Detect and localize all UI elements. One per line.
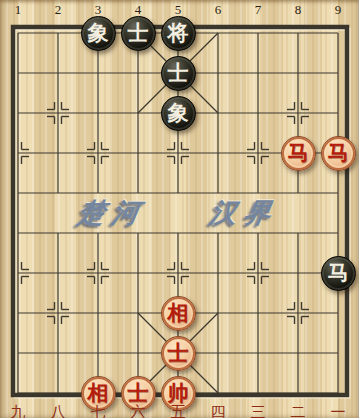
col-label-bottom: 六 (118, 403, 158, 418)
col-label-bottom: 三 (238, 403, 278, 418)
col-label-bottom: 九 (0, 403, 38, 418)
piece-black-horse[interactable]: 马 (321, 256, 356, 291)
piece-black-elephant[interactable]: 象 (161, 96, 196, 131)
piece-red-elephant[interactable]: 相 (161, 296, 196, 331)
col-label-bottom: 二 (278, 403, 318, 418)
piece-red-advisor[interactable]: 士 (161, 336, 196, 371)
col-label-bottom: 一 (318, 403, 358, 418)
col-label-bottom: 四 (198, 403, 238, 418)
piece-black-advisor[interactable]: 士 (161, 56, 196, 91)
piece-black-elephant[interactable]: 象 (81, 16, 116, 51)
xiangqi-board-app: 123456789 楚河 汉界 象士将士象马马马相士相士帅 九八七六五四三二一 (0, 0, 359, 418)
piece-red-horse[interactable]: 马 (321, 136, 356, 171)
col-label-bottom: 七 (78, 403, 118, 418)
col-label-bottom: 八 (38, 403, 78, 418)
piece-red-horse[interactable]: 马 (281, 136, 316, 171)
pieces-layer: 象士将士象马马马相士相士帅 (0, 13, 358, 413)
piece-black-general[interactable]: 将 (161, 16, 196, 51)
bottom-coordinates: 九八七六五四三二一 (0, 403, 358, 418)
col-label-bottom: 五 (158, 403, 198, 418)
piece-black-advisor[interactable]: 士 (121, 16, 156, 51)
